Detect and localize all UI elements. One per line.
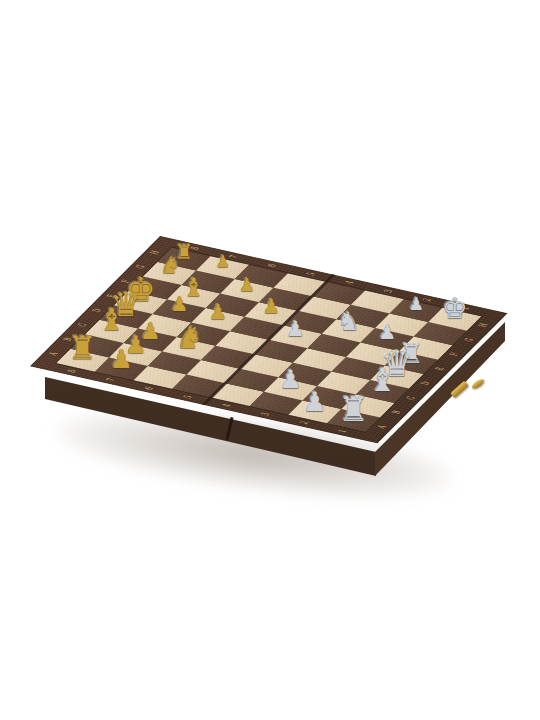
- gold-rook-a8[interactable]: ♜: [68, 333, 97, 365]
- rank-label-left-3: 3: [257, 411, 274, 418]
- file-label-top-G: G: [132, 263, 149, 270]
- file-label-bottom-A: A: [374, 423, 391, 430]
- gold-pawn-e6[interactable]: ♟: [209, 302, 227, 323]
- rank-label-left-4: 4: [218, 402, 235, 409]
- rank-label-left-8: 8: [64, 368, 81, 375]
- file-label-bottom-F: F: [446, 351, 463, 358]
- gold-knight-c6[interactable]: ♞: [175, 323, 202, 353]
- gold-pawn-f5[interactable]: ♟: [262, 297, 279, 316]
- file-label-bottom-H: H: [475, 322, 492, 329]
- gold-bishop-c8[interactable]: ♝: [98, 305, 125, 335]
- gold-pawn-g6[interactable]: ♟: [239, 275, 255, 293]
- rank-label-left-6: 6: [141, 385, 158, 392]
- chess-set-photo: AABBCCDDEEFFGGHH1122334455667788 ♜♟♞♟♝♚♟…: [0, 0, 540, 720]
- file-label-top-A: A: [46, 350, 63, 357]
- rank-label-left-2: 2: [296, 419, 313, 426]
- gold-pawn-a7[interactable]: ♟: [110, 347, 133, 373]
- brass-clasp-icon: [471, 378, 486, 391]
- silver-rook-a1[interactable]: ♜: [338, 391, 368, 425]
- rank-label-left-5: 5: [180, 393, 197, 400]
- silver-pawn-a2[interactable]: ♟: [303, 389, 327, 416]
- file-label-bottom-G: G: [461, 336, 478, 343]
- silver-king-h1[interactable]: ♚: [442, 295, 468, 324]
- file-label-bottom-B: B: [389, 409, 406, 416]
- rank-label-left-7: 7: [102, 376, 119, 383]
- silver-pawn-e4[interactable]: ♟: [286, 319, 305, 340]
- gold-knight-g8[interactable]: ♞: [159, 254, 179, 277]
- gold-pawn-h7[interactable]: ♟: [215, 254, 230, 270]
- silver-pawn-h2[interactable]: ♟: [408, 296, 424, 313]
- rank-label-left-1: 1: [334, 428, 351, 435]
- silver-bishop-c1[interactable]: ♝: [368, 364, 397, 396]
- gold-pawn-e7[interactable]: ♟: [170, 294, 188, 314]
- file-label-top-C: C: [74, 321, 91, 328]
- silver-knight-f3[interactable]: ♞: [337, 309, 360, 335]
- silver-pawn-f2[interactable]: ♟: [378, 322, 396, 342]
- file-label-bottom-C: C: [403, 394, 420, 401]
- silver-pawn-b3[interactable]: ♟: [279, 367, 302, 392]
- file-label-bottom-D: D: [418, 380, 435, 387]
- file-label-bottom-E: E: [432, 365, 449, 372]
